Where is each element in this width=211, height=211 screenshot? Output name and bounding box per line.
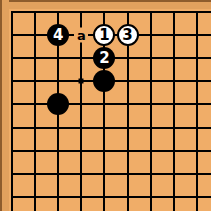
intersection bbox=[116, 209, 139, 211]
intersection bbox=[209, 116, 211, 139]
intersection bbox=[162, 162, 185, 185]
intersection bbox=[162, 70, 185, 93]
intersection bbox=[24, 93, 47, 116]
intersection bbox=[139, 93, 162, 116]
white-stone-3: 3 bbox=[117, 24, 139, 46]
intersection bbox=[185, 93, 208, 116]
intersection bbox=[162, 185, 185, 208]
intersection bbox=[185, 162, 208, 185]
intersection bbox=[47, 93, 70, 116]
go-board-diagram: 4a132 bbox=[0, 0, 211, 211]
intersection bbox=[93, 116, 116, 139]
intersection bbox=[70, 185, 93, 208]
intersection bbox=[70, 116, 93, 139]
black-stone bbox=[47, 93, 69, 115]
intersection bbox=[185, 70, 208, 93]
intersection bbox=[93, 139, 116, 162]
intersection bbox=[47, 162, 70, 185]
intersection bbox=[139, 185, 162, 208]
intersection bbox=[139, 116, 162, 139]
intersection bbox=[24, 116, 47, 139]
intersection bbox=[70, 209, 93, 211]
intersection bbox=[116, 47, 139, 70]
intersection bbox=[185, 139, 208, 162]
intersection bbox=[185, 185, 208, 208]
intersection bbox=[70, 47, 93, 70]
intersection bbox=[24, 162, 47, 185]
intersection bbox=[70, 93, 93, 116]
intersection bbox=[24, 47, 47, 70]
intersection bbox=[162, 47, 185, 70]
intersection: a bbox=[70, 24, 93, 47]
intersection bbox=[209, 70, 211, 93]
intersection: 2 bbox=[93, 47, 116, 70]
intersection bbox=[93, 93, 116, 116]
black-stone bbox=[93, 70, 115, 92]
intersection bbox=[47, 47, 70, 70]
intersection bbox=[209, 47, 211, 70]
board-frame-left bbox=[0, 0, 9, 211]
intersection bbox=[139, 70, 162, 93]
intersection bbox=[47, 139, 70, 162]
intersection bbox=[139, 209, 162, 211]
intersection bbox=[47, 185, 70, 208]
intersection bbox=[185, 24, 208, 47]
intersection bbox=[162, 24, 185, 47]
intersection bbox=[47, 70, 70, 93]
black-stone-2: 2 bbox=[93, 47, 115, 69]
intersection bbox=[116, 185, 139, 208]
intersection: 1 bbox=[93, 24, 116, 47]
white-stone-1: 1 bbox=[93, 24, 115, 46]
intersection bbox=[93, 162, 116, 185]
black-stone-4: 4 bbox=[47, 24, 69, 46]
intersection bbox=[162, 116, 185, 139]
intersection bbox=[47, 209, 70, 211]
intersection bbox=[139, 162, 162, 185]
intersection bbox=[70, 139, 93, 162]
intersection bbox=[70, 70, 93, 93]
star-point bbox=[79, 79, 84, 84]
intersection bbox=[139, 24, 162, 47]
intersection bbox=[116, 93, 139, 116]
intersection: 3 bbox=[116, 24, 139, 47]
intersection bbox=[139, 139, 162, 162]
intersection bbox=[185, 116, 208, 139]
intersection bbox=[139, 47, 162, 70]
intersection bbox=[116, 70, 139, 93]
intersection bbox=[24, 139, 47, 162]
intersection bbox=[185, 209, 208, 211]
intersection bbox=[162, 209, 185, 211]
intersection bbox=[162, 139, 185, 162]
intersection bbox=[116, 162, 139, 185]
point-label-a: a bbox=[74, 28, 88, 43]
intersection bbox=[162, 93, 185, 116]
board-grid: 4a132 bbox=[0, 0, 211, 211]
intersection bbox=[24, 185, 47, 208]
intersection bbox=[209, 139, 211, 162]
intersection: 4 bbox=[47, 24, 70, 47]
intersection bbox=[209, 185, 211, 208]
intersection bbox=[93, 185, 116, 208]
intersection bbox=[24, 70, 47, 93]
intersection bbox=[70, 162, 93, 185]
intersection bbox=[209, 93, 211, 116]
intersection bbox=[209, 209, 211, 211]
intersection bbox=[93, 209, 116, 211]
intersection bbox=[116, 116, 139, 139]
intersection bbox=[209, 162, 211, 185]
board-frame-top bbox=[0, 0, 211, 9]
intersection bbox=[93, 70, 116, 93]
intersection bbox=[24, 209, 47, 211]
intersection bbox=[209, 24, 211, 47]
intersection bbox=[116, 139, 139, 162]
intersection bbox=[47, 116, 70, 139]
intersection bbox=[24, 24, 47, 47]
intersection bbox=[185, 47, 208, 70]
